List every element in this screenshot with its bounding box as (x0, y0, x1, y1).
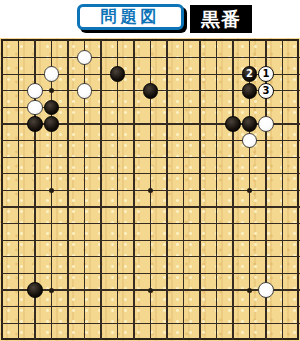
hoshi-point (148, 188, 153, 193)
problem-title-text: 問題図 (101, 7, 161, 26)
move-number-label: 1 (263, 69, 270, 79)
white-stone (77, 83, 93, 99)
white-stone (258, 116, 274, 132)
hoshi-point (148, 288, 153, 293)
black-stone (44, 116, 60, 132)
grid-line-vertical (216, 40, 217, 340)
grid-line-horizontal (1, 306, 299, 307)
hoshi-point (247, 188, 252, 193)
turn-indicator-text: 黒番 (201, 8, 241, 30)
grid-line-vertical (199, 40, 200, 340)
black-stone (143, 83, 159, 99)
grid-line-horizontal (1, 256, 299, 257)
hoshi-point (247, 288, 252, 293)
black-stone (242, 83, 258, 99)
black-stone (242, 116, 258, 132)
grid-line-vertical (183, 40, 184, 340)
grid-line-horizontal (1, 240, 299, 241)
grid-line-horizontal (1, 323, 299, 324)
go-problem-page: 問題図 黒番 213 (0, 0, 300, 341)
grid-line-vertical (166, 40, 167, 340)
grid-line-horizontal (1, 223, 299, 224)
turn-indicator-badge: 黒番 (190, 5, 252, 33)
white-stone-move-1: 1 (258, 66, 274, 82)
hoshi-point (49, 188, 54, 193)
black-stone (225, 116, 241, 132)
move-number-label: 3 (263, 86, 270, 96)
white-stone (27, 83, 43, 99)
grid-line-vertical (282, 40, 283, 340)
black-stone (27, 116, 43, 132)
white-stone (258, 282, 274, 298)
problem-title-badge: 問題図 (77, 4, 184, 30)
hoshi-point (49, 288, 54, 293)
header: 問題図 黒番 (0, 0, 300, 36)
white-stone-move-3: 3 (258, 83, 274, 99)
black-stone (27, 282, 43, 298)
move-number-label: 2 (246, 69, 253, 79)
go-board[interactable]: 213 (0, 36, 300, 341)
grid-line-horizontal (1, 206, 299, 207)
grid-line-horizontal (1, 273, 299, 274)
grid-line-vertical (232, 40, 233, 340)
white-stone (27, 100, 43, 116)
